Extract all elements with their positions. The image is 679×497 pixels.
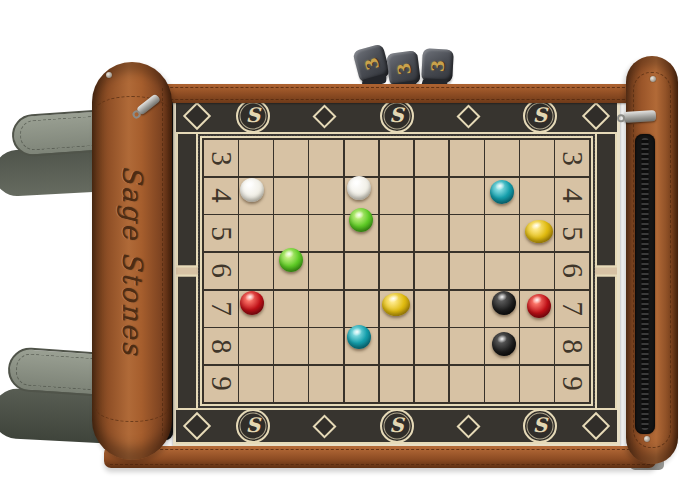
monogram-medallion-icon: S xyxy=(236,99,270,133)
cell-r6-c1[interactable] xyxy=(239,253,273,289)
cell-r8-c7[interactable] xyxy=(450,328,484,364)
cell-r6-c8[interactable] xyxy=(485,253,519,289)
diamond-ornament-icon xyxy=(313,104,337,128)
left-leather-roll[interactable]: Sage Stones xyxy=(92,62,172,460)
row-label-left-6: 6 xyxy=(204,253,238,289)
cell-r5-c3[interactable] xyxy=(309,215,343,251)
leather-bottom-edge xyxy=(104,446,656,468)
cell-r7-c5[interactable] xyxy=(380,291,414,327)
cell-r6-c9[interactable] xyxy=(520,253,554,289)
rivet-icon xyxy=(644,436,650,442)
cell-r3-c1[interactable] xyxy=(239,140,273,176)
cell-r6-c6[interactable] xyxy=(415,253,449,289)
cell-r9-c9[interactable] xyxy=(520,366,554,402)
yellow-stone[interactable] xyxy=(525,220,553,243)
cell-r9-c8[interactable] xyxy=(485,366,519,402)
row-label-left-3: 3 xyxy=(204,140,238,176)
right-zipper[interactable] xyxy=(635,134,655,434)
cell-r7-c2[interactable] xyxy=(274,291,308,327)
board-border-right xyxy=(595,134,617,408)
monogram-medallion-icon: S xyxy=(523,409,557,443)
cell-r3-c7[interactable] xyxy=(450,140,484,176)
die-3-value: 3 xyxy=(427,59,448,72)
cell-r6-c5[interactable] xyxy=(380,253,414,289)
white-stone[interactable] xyxy=(347,176,371,200)
cell-r6-c4[interactable] xyxy=(345,253,379,289)
red-stone[interactable] xyxy=(240,291,264,315)
teal-stone[interactable] xyxy=(490,180,514,204)
row-label-right-4: 4 xyxy=(555,178,589,214)
diamond-ornament-icon xyxy=(313,414,337,438)
teal-stone[interactable] xyxy=(347,325,371,349)
row-label-left-5: 5 xyxy=(204,215,238,251)
cell-r7-c7[interactable] xyxy=(450,291,484,327)
board-grid: 33445566778899 xyxy=(200,136,593,406)
cell-r4-c3[interactable] xyxy=(309,178,343,214)
cell-r9-c7[interactable] xyxy=(450,366,484,402)
row-label-left-4: 4 xyxy=(204,178,238,214)
cell-r9-c5[interactable] xyxy=(380,366,414,402)
cell-r7-c1[interactable] xyxy=(239,291,273,327)
cell-r9-c3[interactable] xyxy=(309,366,343,402)
cell-r3-c9[interactable] xyxy=(520,140,554,176)
leather-top-edge xyxy=(104,84,656,103)
green-stone[interactable] xyxy=(349,208,373,232)
board-border-left xyxy=(176,134,198,408)
cell-r9-c1[interactable] xyxy=(239,366,273,402)
cell-r7-c6[interactable] xyxy=(415,291,449,327)
game-board: S S S S S S 33445566778899 xyxy=(173,95,620,447)
row-label-left-7: 7 xyxy=(204,291,238,327)
cell-r3-c4[interactable] xyxy=(345,140,379,176)
green-stone[interactable] xyxy=(279,248,303,272)
right-zipper-pull-icon[interactable] xyxy=(624,110,657,123)
row-label-right-7: 7 xyxy=(555,291,589,327)
diamond-ornament-icon xyxy=(456,414,480,438)
cell-r5-c8[interactable] xyxy=(485,215,519,251)
die-1[interactable]: 3 xyxy=(352,44,390,84)
row-label-left-8: 8 xyxy=(204,328,238,364)
cell-r4-c5[interactable] xyxy=(380,178,414,214)
yellow-stone[interactable] xyxy=(382,293,410,316)
die-2-value: 3 xyxy=(393,61,414,75)
red-stone[interactable] xyxy=(527,294,551,318)
cell-r8-c6[interactable] xyxy=(415,328,449,364)
cell-r4-c1[interactable] xyxy=(239,178,273,214)
row-label-right-8: 8 xyxy=(555,328,589,364)
cell-r4-c7[interactable] xyxy=(450,178,484,214)
cell-r4-c6[interactable] xyxy=(415,178,449,214)
cell-r5-c2[interactable] xyxy=(274,215,308,251)
cell-r5-c6[interactable] xyxy=(415,215,449,251)
monogram-medallion-icon: S xyxy=(380,99,414,133)
cell-r7-c3[interactable] xyxy=(309,291,343,327)
cell-r5-c9[interactable] xyxy=(520,215,554,251)
black-stone[interactable] xyxy=(492,291,516,315)
row-label-right-9: 9 xyxy=(555,366,589,402)
cell-r4-c9[interactable] xyxy=(520,178,554,214)
white-stone[interactable] xyxy=(240,178,264,202)
diamond-ornament-icon xyxy=(456,104,480,128)
monogram-medallion-icon: S xyxy=(380,409,414,443)
board-border-bottom: S S S xyxy=(176,408,617,444)
cell-r8-c5[interactable] xyxy=(380,328,414,364)
cell-r7-c8[interactable] xyxy=(485,291,519,327)
cell-r4-c2[interactable] xyxy=(274,178,308,214)
cell-r5-c7[interactable] xyxy=(450,215,484,251)
row-label-left-9: 9 xyxy=(204,366,238,402)
cell-r9-c4[interactable] xyxy=(345,366,379,402)
cell-r4-c8[interactable] xyxy=(485,178,519,214)
cell-r7-c9[interactable] xyxy=(520,291,554,327)
cell-r8-c3[interactable] xyxy=(309,328,343,364)
board-border-top: S S S xyxy=(176,98,617,134)
cell-r8-c2[interactable] xyxy=(274,328,308,364)
cell-r6-c7[interactable] xyxy=(450,253,484,289)
cell-r9-c2[interactable] xyxy=(274,366,308,402)
cell-r6-c3[interactable] xyxy=(309,253,343,289)
cell-r6-c2[interactable] xyxy=(274,253,308,289)
rivet-icon xyxy=(106,72,112,78)
cell-r3-c3[interactable] xyxy=(309,140,343,176)
monogram-medallion-icon: S xyxy=(523,99,557,133)
die-2[interactable]: 3 xyxy=(386,50,421,87)
cell-r5-c4[interactable] xyxy=(345,215,379,251)
cell-r8-c4[interactable] xyxy=(345,328,379,364)
monogram-medallion-icon: S xyxy=(236,409,270,443)
rivet-icon xyxy=(650,76,656,82)
cell-r3-c6[interactable] xyxy=(415,140,449,176)
row-label-right-5: 5 xyxy=(555,215,589,251)
row-label-right-6: 6 xyxy=(555,253,589,289)
cell-r8-c9[interactable] xyxy=(520,328,554,364)
die-1-value: 3 xyxy=(360,55,382,72)
cell-r3-c8[interactable] xyxy=(485,140,519,176)
cell-r8-c1[interactable] xyxy=(239,328,273,364)
cell-r3-c2[interactable] xyxy=(274,140,308,176)
sage-stones-product-photo: 3 3 3 S S S S S S 33445566778899 xyxy=(0,0,679,497)
black-stone[interactable] xyxy=(492,332,516,356)
brand-logo-text: Sage Stones xyxy=(117,165,148,356)
row-label-right-3: 3 xyxy=(555,140,589,176)
cell-r7-c4[interactable] xyxy=(345,291,379,327)
cell-r8-c8[interactable] xyxy=(485,328,519,364)
die-3[interactable]: 3 xyxy=(421,48,454,83)
cell-r5-c5[interactable] xyxy=(380,215,414,251)
cell-r5-c1[interactable] xyxy=(239,215,273,251)
cell-r3-c5[interactable] xyxy=(380,140,414,176)
cell-r9-c6[interactable] xyxy=(415,366,449,402)
